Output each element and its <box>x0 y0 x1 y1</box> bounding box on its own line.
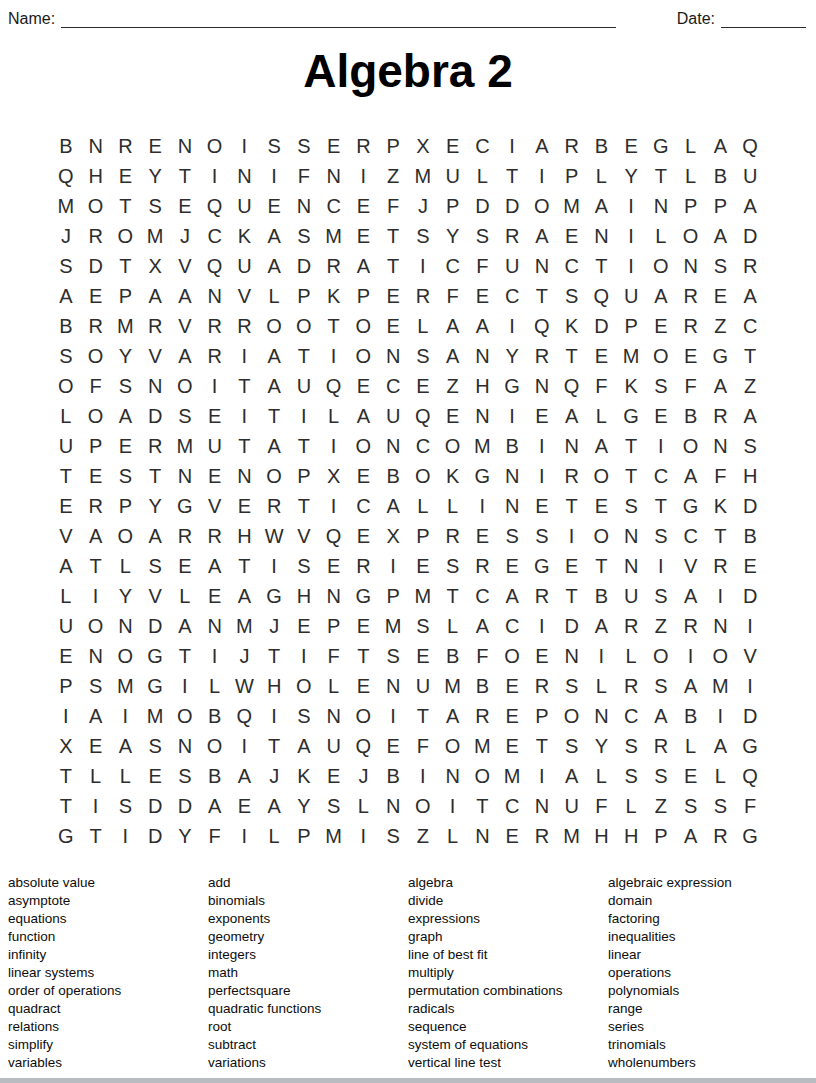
word-list-item: subtract <box>208 1036 408 1054</box>
grid-cell: I <box>81 791 111 821</box>
grid-cell: T <box>51 761 81 791</box>
grid-cell: D <box>170 791 200 821</box>
grid-cell: Q <box>557 371 587 401</box>
grid-cell: X <box>319 461 349 491</box>
grid-cell: U <box>200 431 230 461</box>
grid-cell: I <box>706 701 736 731</box>
grid-cell: M <box>557 191 587 221</box>
grid-cell: V <box>289 521 319 551</box>
grid-cell: L <box>200 671 230 701</box>
grid-cell: R <box>527 821 557 851</box>
grid-cell: I <box>706 581 736 611</box>
grid-cell: R <box>527 671 557 701</box>
grid-cell: B <box>378 461 408 491</box>
grid-cell: T <box>140 461 170 491</box>
grid-cell: L <box>259 281 289 311</box>
grid-cell: O <box>81 191 111 221</box>
grid-cell: O <box>646 251 676 281</box>
grid-cell: O <box>646 641 676 671</box>
date-write-line <box>721 9 806 28</box>
grid-cell: O <box>349 341 379 371</box>
word-list-item: linear systems <box>8 964 208 982</box>
grid-cell: E <box>587 341 617 371</box>
grid-cell: Z <box>646 611 676 641</box>
grid-cell: A <box>170 611 200 641</box>
grid-cell: T <box>259 641 289 671</box>
grid-cell: E <box>497 821 527 851</box>
grid-cell: B <box>587 131 617 161</box>
grid-cell: S <box>616 731 646 761</box>
grid-cell: N <box>200 281 230 311</box>
grid-cell: R <box>200 521 230 551</box>
grid-cell: T <box>289 341 319 371</box>
grid-cell: E <box>468 521 498 551</box>
grid-cell: E <box>676 761 706 791</box>
grid-cell: Y <box>438 221 468 251</box>
grid-cell: I <box>497 311 527 341</box>
grid-cell: U <box>408 671 438 701</box>
grid-cell: A <box>557 761 587 791</box>
grid-cell: S <box>259 131 289 161</box>
grid-cell: U <box>557 791 587 821</box>
grid-cell: S <box>51 341 81 371</box>
grid-cell: C <box>557 251 587 281</box>
grid-cell: Q <box>319 521 349 551</box>
grid-cell: S <box>408 221 438 251</box>
grid-cell: A <box>259 791 289 821</box>
grid-cell: S <box>140 191 170 221</box>
grid-cell: P <box>349 281 379 311</box>
grid-cell: T <box>497 161 527 191</box>
grid-cell: S <box>378 821 408 851</box>
grid-cell: X <box>408 131 438 161</box>
grid-cell: A <box>259 371 289 401</box>
grid-cell: A <box>646 281 676 311</box>
grid-cell: E <box>408 641 438 671</box>
grid-cell: L <box>438 821 468 851</box>
grid-cell: L <box>676 131 706 161</box>
page-bottom-divider <box>0 1078 816 1083</box>
grid-cell: X <box>140 251 170 281</box>
grid-cell: K <box>289 761 319 791</box>
grid-cell: I <box>259 161 289 191</box>
grid-cell: G <box>646 131 676 161</box>
grid-cell: L <box>646 221 676 251</box>
grid-cell: G <box>51 821 81 851</box>
grid-cell: A <box>259 251 289 281</box>
grid-cell: U <box>735 161 765 191</box>
grid-cell: P <box>527 701 557 731</box>
grid-cell: L <box>438 611 468 641</box>
grid-cell: E <box>557 551 587 581</box>
grid-cell: R <box>349 551 379 581</box>
grid-cell: A <box>230 761 260 791</box>
grid-cell: V <box>200 491 230 521</box>
grid-cell: E <box>349 611 379 641</box>
grid-cell: M <box>438 671 468 701</box>
grid-cell: T <box>378 221 408 251</box>
grid-cell: C <box>468 131 498 161</box>
grid-cell: A <box>587 431 617 461</box>
grid-cell: A <box>51 551 81 581</box>
grid-cell: C <box>497 611 527 641</box>
grid-cell: G <box>735 821 765 851</box>
grid-cell: N <box>81 641 111 671</box>
word-list-item: simplify <box>8 1036 208 1054</box>
grid-cell: S <box>616 761 646 791</box>
grid-cell: S <box>111 371 141 401</box>
grid-cell: E <box>587 491 617 521</box>
grid-cell: V <box>676 551 706 581</box>
grid-cell: T <box>230 371 260 401</box>
grid-cell: E <box>200 581 230 611</box>
grid-cell: R <box>319 251 349 281</box>
grid-cell: Z <box>438 371 468 401</box>
grid-cell: I <box>319 431 349 461</box>
grid-cell: D <box>735 491 765 521</box>
grid-cell: A <box>51 281 81 311</box>
grid-cell: L <box>51 581 81 611</box>
word-list-item: sequence <box>408 1018 608 1036</box>
grid-cell: T <box>706 521 736 551</box>
grid-cell: N <box>616 551 646 581</box>
grid-cell: Y <box>587 731 617 761</box>
grid-cell: S <box>170 401 200 431</box>
grid-cell: A <box>468 311 498 341</box>
grid-cell: I <box>349 821 379 851</box>
grid-cell: C <box>735 311 765 341</box>
grid-cell: M <box>140 221 170 251</box>
grid-cell: P <box>289 461 319 491</box>
grid-cell: A <box>497 581 527 611</box>
grid-cell: O <box>289 311 319 341</box>
word-search-grid: BNRENOISSERPXECIARBEGLAQQHEYTINIFNIZMULT… <box>51 131 765 851</box>
grid-cell: D <box>497 191 527 221</box>
grid-cell: I <box>111 701 141 731</box>
grid-cell: S <box>289 131 319 161</box>
grid-cell: N <box>378 671 408 701</box>
grid-cell: E <box>170 551 200 581</box>
grid-cell: G <box>140 641 170 671</box>
grid-cell: E <box>497 671 527 701</box>
grid-cell: I <box>349 161 379 191</box>
word-list-item: quadract <box>8 1000 208 1018</box>
grid-cell: R <box>557 131 587 161</box>
grid-cell: W <box>259 521 289 551</box>
grid-cell: R <box>468 551 498 581</box>
grid-cell: V <box>51 521 81 551</box>
grid-cell: O <box>170 701 200 731</box>
grid-cell: D <box>289 251 319 281</box>
grid-cell: Z <box>646 791 676 821</box>
grid-cell: B <box>51 311 81 341</box>
grid-cell: A <box>527 131 557 161</box>
grid-cell: C <box>616 701 646 731</box>
grid-cell: T <box>259 401 289 431</box>
grid-cell: S <box>468 221 498 251</box>
grid-cell: O <box>587 521 617 551</box>
grid-cell: K <box>319 281 349 311</box>
grid-cell: N <box>230 161 260 191</box>
grid-cell: T <box>527 281 557 311</box>
grid-cell: T <box>111 251 141 281</box>
grid-cell: K <box>706 491 736 521</box>
grid-cell: P <box>616 311 646 341</box>
grid-cell: O <box>497 641 527 671</box>
word-list-item: order of operations <box>8 982 208 1000</box>
grid-cell: G <box>140 671 170 701</box>
grid-cell: U <box>616 281 646 311</box>
grid-cell: N <box>378 791 408 821</box>
grid-cell: E <box>319 131 349 161</box>
grid-cell: N <box>646 191 676 221</box>
grid-cell: S <box>408 341 438 371</box>
grid-cell: E <box>735 551 765 581</box>
grid-cell: I <box>378 701 408 731</box>
grid-cell: L <box>587 161 617 191</box>
grid-cell: N <box>616 521 646 551</box>
grid-cell: S <box>170 761 200 791</box>
grid-cell: S <box>676 791 706 821</box>
grid-cell: R <box>200 311 230 341</box>
grid-cell: I <box>527 431 557 461</box>
grid-cell: O <box>349 431 379 461</box>
grid-cell: H <box>587 821 617 851</box>
grid-cell: A <box>81 521 111 551</box>
grid-cell: L <box>438 491 468 521</box>
grid-cell: P <box>111 491 141 521</box>
grid-cell: O <box>81 611 111 641</box>
word-list-item: multiply <box>408 964 608 982</box>
grid-cell: I <box>259 701 289 731</box>
word-list-item: function <box>8 928 208 946</box>
grid-cell: L <box>81 761 111 791</box>
grid-cell: N <box>378 341 408 371</box>
grid-cell: N <box>140 371 170 401</box>
grid-cell: R <box>706 821 736 851</box>
grid-cell: A <box>438 701 468 731</box>
grid-cell: P <box>676 191 706 221</box>
grid-cell: Y <box>111 341 141 371</box>
grid-cell: I <box>378 551 408 581</box>
grid-cell: Y <box>497 341 527 371</box>
grid-cell: H <box>289 581 319 611</box>
grid-cell: P <box>378 581 408 611</box>
grid-cell: A <box>289 731 319 761</box>
name-label: Name: <box>8 10 55 28</box>
grid-cell: N <box>378 431 408 461</box>
grid-cell: F <box>319 641 349 671</box>
grid-cell: R <box>259 491 289 521</box>
word-list-item: add <box>208 874 408 892</box>
word-list-item: expressions <box>408 910 608 928</box>
grid-cell: Q <box>200 191 230 221</box>
grid-cell: T <box>735 341 765 371</box>
grid-cell: A <box>170 281 200 311</box>
grid-cell: E <box>259 191 289 221</box>
page-title: Algebra 2 <box>0 44 816 98</box>
grid-cell: H <box>468 371 498 401</box>
word-list-item: graph <box>408 928 608 946</box>
grid-cell: M <box>111 671 141 701</box>
grid-cell: N <box>468 821 498 851</box>
grid-cell: L <box>587 761 617 791</box>
grid-cell: A <box>735 401 765 431</box>
grid-cell: O <box>51 371 81 401</box>
grid-cell: T <box>230 551 260 581</box>
grid-cell: M <box>170 431 200 461</box>
grid-cell: G <box>706 341 736 371</box>
grid-cell: S <box>289 551 319 581</box>
grid-cell: A <box>259 341 289 371</box>
word-list-column: absolute valueasymptoteequationsfunction… <box>8 874 208 1072</box>
grid-cell: I <box>497 131 527 161</box>
grid-cell: V <box>140 341 170 371</box>
grid-cell: R <box>735 251 765 281</box>
grid-cell: S <box>735 431 765 461</box>
grid-cell: S <box>111 791 141 821</box>
grid-cell: V <box>140 581 170 611</box>
grid-cell: L <box>408 311 438 341</box>
grid-cell: L <box>587 401 617 431</box>
grid-cell: O <box>349 311 379 341</box>
grid-cell: S <box>289 701 319 731</box>
grid-cell: A <box>706 221 736 251</box>
grid-cell: A <box>140 521 170 551</box>
grid-cell: S <box>111 461 141 491</box>
grid-cell: R <box>81 491 111 521</box>
worksheet-header: Name: Date: <box>8 6 806 28</box>
grid-cell: I <box>289 401 319 431</box>
grid-cell: B <box>706 161 736 191</box>
grid-cell: C <box>408 431 438 461</box>
grid-cell: I <box>289 641 319 671</box>
grid-cell: I <box>735 611 765 641</box>
word-list-item: divide <box>408 892 608 910</box>
grid-cell: E <box>408 551 438 581</box>
word-list-item: integers <box>208 946 408 964</box>
grid-cell: Q <box>735 131 765 161</box>
grid-cell: G <box>259 581 289 611</box>
grid-cell: N <box>170 131 200 161</box>
grid-cell: I <box>527 761 557 791</box>
grid-cell: E <box>349 521 379 551</box>
grid-cell: A <box>111 401 141 431</box>
grid-cell: L <box>111 551 141 581</box>
grid-cell: B <box>200 701 230 731</box>
grid-cell: P <box>81 431 111 461</box>
grid-cell: U <box>319 731 349 761</box>
grid-cell: O <box>111 221 141 251</box>
grid-cell: E <box>51 641 81 671</box>
grid-cell: D <box>735 581 765 611</box>
grid-cell: K <box>616 371 646 401</box>
grid-cell: I <box>616 191 646 221</box>
grid-cell: T <box>587 251 617 281</box>
grid-cell: U <box>230 191 260 221</box>
grid-cell: E <box>378 311 408 341</box>
grid-cell: B <box>200 761 230 791</box>
grid-cell: I <box>527 161 557 191</box>
grid-cell: R <box>557 461 587 491</box>
grid-cell: C <box>676 521 706 551</box>
grid-cell: T <box>557 581 587 611</box>
grid-cell: E <box>438 131 468 161</box>
grid-cell: T <box>438 581 468 611</box>
grid-cell: P <box>111 281 141 311</box>
grid-cell: I <box>527 461 557 491</box>
grid-cell: C <box>497 281 527 311</box>
grid-cell: O <box>527 191 557 221</box>
grid-cell: T <box>259 731 289 761</box>
grid-cell: N <box>200 611 230 641</box>
grid-cell: Q <box>349 731 379 761</box>
grid-cell: F <box>468 251 498 281</box>
grid-cell: S <box>438 551 468 581</box>
grid-cell: N <box>587 221 617 251</box>
grid-cell: R <box>616 611 646 641</box>
grid-cell: E <box>111 431 141 461</box>
grid-cell: T <box>408 701 438 731</box>
grid-cell: T <box>289 431 319 461</box>
grid-cell: G <box>497 371 527 401</box>
grid-cell: O <box>646 341 676 371</box>
grid-cell: M <box>378 611 408 641</box>
grid-cell: T <box>557 341 587 371</box>
grid-cell: H <box>259 671 289 701</box>
grid-cell: T <box>170 641 200 671</box>
grid-cell: Q <box>735 761 765 791</box>
grid-cell: A <box>349 401 379 431</box>
grid-cell: D <box>140 821 170 851</box>
grid-cell: F <box>408 731 438 761</box>
name-write-line <box>61 9 616 28</box>
grid-cell: B <box>378 761 408 791</box>
grid-cell: P <box>557 161 587 191</box>
grid-cell: N <box>170 461 200 491</box>
grid-cell: S <box>408 611 438 641</box>
grid-cell: O <box>706 641 736 671</box>
grid-cell: O <box>587 461 617 491</box>
grid-cell: O <box>438 431 468 461</box>
word-list-item: math <box>208 964 408 982</box>
word-list-item: variations <box>208 1054 408 1072</box>
grid-cell: N <box>170 731 200 761</box>
grid-cell: B <box>676 401 706 431</box>
grid-cell: O <box>200 731 230 761</box>
grid-cell: E <box>200 461 230 491</box>
grid-cell: E <box>319 761 349 791</box>
word-list-item: infinity <box>8 946 208 964</box>
grid-cell: S <box>706 251 736 281</box>
grid-cell: I <box>200 161 230 191</box>
grid-cell: N <box>497 491 527 521</box>
grid-cell: H <box>616 821 646 851</box>
grid-cell: H <box>81 161 111 191</box>
grid-cell: F <box>587 791 617 821</box>
grid-cell: E <box>289 611 319 641</box>
grid-cell: R <box>111 131 141 161</box>
grid-cell: E <box>527 401 557 431</box>
grid-cell: S <box>646 521 676 551</box>
grid-cell: O <box>408 461 438 491</box>
grid-cell: E <box>438 401 468 431</box>
grid-cell: M <box>468 731 498 761</box>
grid-cell: F <box>587 371 617 401</box>
grid-cell: C <box>319 191 349 221</box>
grid-cell: G <box>735 731 765 761</box>
grid-cell: J <box>51 221 81 251</box>
